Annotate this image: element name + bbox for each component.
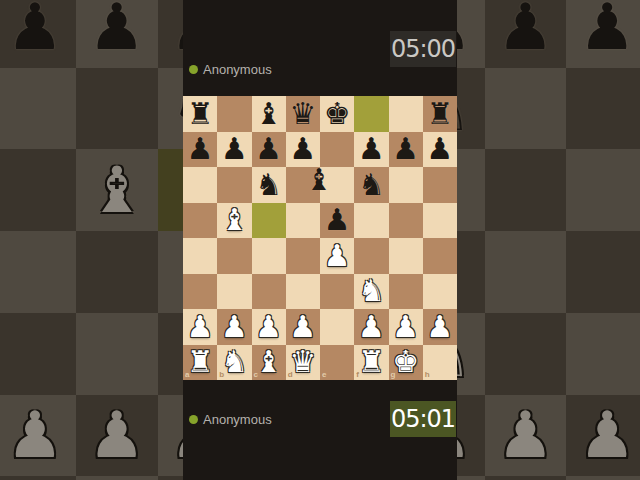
- square-d2[interactable]: ♟: [286, 309, 320, 345]
- square-b7[interactable]: ♟: [217, 132, 251, 168]
- square-h5[interactable]: [423, 203, 457, 239]
- square-b1[interactable]: ♞b: [217, 345, 251, 381]
- coord-file-f: f: [356, 371, 359, 379]
- white-knight[interactable]: ♞: [358, 276, 385, 306]
- square-d8[interactable]: ♛: [286, 96, 320, 132]
- game-screen: Anonymous 05:00 ♜♝♛♚♜♟♟♟♟♟♟♟♞♞♝♟♟♞♟♟♟♟♟♟…: [183, 0, 457, 480]
- black-bishop: ♝: [306, 165, 333, 195]
- square-c1[interactable]: ♝c: [252, 345, 286, 381]
- bg-square-b7: ♟: [76, 0, 158, 68]
- square-a2[interactable]: ♟: [183, 309, 217, 345]
- bg-square-h3: [566, 313, 640, 395]
- bg-square-b5: ♝: [76, 149, 158, 231]
- white-pawn: ♟: [6, 403, 63, 467]
- square-b3[interactable]: [217, 274, 251, 310]
- square-f7[interactable]: ♟: [354, 132, 388, 168]
- coord-file-g: g: [391, 371, 396, 379]
- clock-top: 05:00: [390, 31, 456, 67]
- black-pawn: ♟: [6, 0, 63, 59]
- square-c2[interactable]: ♟: [252, 309, 286, 345]
- white-knight[interactable]: ♞: [221, 347, 248, 377]
- square-a4[interactable]: [183, 238, 217, 274]
- square-g4[interactable]: [389, 238, 423, 274]
- square-d3[interactable]: [286, 274, 320, 310]
- bg-square-h6: [566, 68, 640, 150]
- square-d4[interactable]: [286, 238, 320, 274]
- square-f8[interactable]: [354, 96, 388, 132]
- bg-square-g2: ♟: [485, 395, 567, 477]
- square-b8[interactable]: [217, 96, 251, 132]
- bg-square-g4: [485, 231, 567, 313]
- black-king[interactable]: ♚: [324, 99, 351, 129]
- square-c3[interactable]: [252, 274, 286, 310]
- black-pawn[interactable]: ♟: [187, 134, 214, 164]
- square-f4[interactable]: [354, 238, 388, 274]
- white-pawn: ♟: [497, 403, 554, 467]
- bg-square-g5: [485, 149, 567, 231]
- black-pawn[interactable]: ♟: [358, 134, 385, 164]
- square-f2[interactable]: ♟: [354, 309, 388, 345]
- player-name-top: Anonymous: [203, 62, 272, 77]
- square-b6[interactable]: [217, 167, 251, 203]
- bg-square-g7: ♟: [485, 0, 567, 68]
- coord-file-e: e: [322, 371, 326, 379]
- black-pawn[interactable]: ♟: [324, 205, 351, 235]
- square-e2[interactable]: [320, 309, 354, 345]
- square-e1[interactable]: e: [320, 345, 354, 381]
- bg-square-b3: [76, 313, 158, 395]
- white-pawn[interactable]: ♟: [289, 312, 316, 342]
- bg-square-g1: ♚: [485, 476, 567, 480]
- black-pawn[interactable]: ♟: [221, 134, 248, 164]
- bg-square-h2: ♟: [566, 395, 640, 477]
- coord-file-d: d: [288, 371, 293, 379]
- square-e3[interactable]: [320, 274, 354, 310]
- white-pawn[interactable]: ♟: [255, 312, 282, 342]
- black-pawn[interactable]: ♟: [426, 134, 453, 164]
- square-h3[interactable]: [423, 274, 457, 310]
- coord-file-a: a: [185, 371, 189, 379]
- square-a7[interactable]: ♟: [183, 132, 217, 168]
- square-e4[interactable]: ♟: [320, 238, 354, 274]
- square-e8[interactable]: ♚: [320, 96, 354, 132]
- bg-square-a3: [0, 313, 76, 395]
- square-a3[interactable]: [183, 274, 217, 310]
- white-pawn[interactable]: ♟: [426, 312, 453, 342]
- square-h6[interactable]: [423, 167, 457, 203]
- online-indicator-bottom: [189, 415, 198, 424]
- square-g3[interactable]: [389, 274, 423, 310]
- white-pawn: ♟: [88, 403, 145, 467]
- square-g6[interactable]: [389, 167, 423, 203]
- square-c8[interactable]: ♝: [252, 96, 286, 132]
- coord-file-h: h: [425, 371, 430, 379]
- square-b2[interactable]: ♟: [217, 309, 251, 345]
- square-b4[interactable]: [217, 238, 251, 274]
- square-a1[interactable]: ♜a: [183, 345, 217, 381]
- white-pawn: ♟: [578, 403, 635, 467]
- black-queen[interactable]: ♛: [289, 99, 316, 129]
- black-bishop[interactable]: ♝: [255, 99, 282, 129]
- square-c4[interactable]: [252, 238, 286, 274]
- square-h2[interactable]: ♟: [423, 309, 457, 345]
- square-a6[interactable]: [183, 167, 217, 203]
- black-knight[interactable]: ♞: [358, 170, 385, 200]
- square-c6[interactable]: ♞: [252, 167, 286, 203]
- white-pawn[interactable]: ♟: [187, 312, 214, 342]
- coord-file-b: b: [219, 371, 224, 379]
- bg-square-h1: [566, 476, 640, 480]
- white-king[interactable]: ♚: [392, 347, 419, 377]
- bg-square-a1: ♜: [0, 476, 76, 480]
- white-pawn[interactable]: ♟: [324, 241, 351, 271]
- bg-square-g3: [485, 313, 567, 395]
- black-bishop-moving[interactable]: ♝: [302, 162, 336, 198]
- square-d1[interactable]: ♛d: [286, 345, 320, 381]
- square-g8[interactable]: [389, 96, 423, 132]
- black-pawn: ♟: [88, 0, 145, 59]
- white-bishop: ♝: [88, 158, 145, 222]
- bg-square-b4: [76, 231, 158, 313]
- square-f1[interactable]: ♜f: [354, 345, 388, 381]
- white-bishop[interactable]: ♝: [255, 347, 282, 377]
- black-pawn: ♟: [578, 0, 635, 59]
- clock-bottom: 05:01: [390, 401, 456, 437]
- bg-square-a2: ♟: [0, 395, 76, 477]
- square-h8[interactable]: ♜: [423, 96, 457, 132]
- square-b5[interactable]: ♝: [217, 203, 251, 239]
- square-h7[interactable]: ♟: [423, 132, 457, 168]
- white-queen[interactable]: ♛: [289, 347, 316, 377]
- black-knight[interactable]: ♞: [255, 170, 282, 200]
- online-indicator-top: [189, 65, 198, 74]
- white-rook[interactable]: ♜: [187, 347, 214, 377]
- square-g1[interactable]: ♚g: [389, 345, 423, 381]
- bg-square-a7: ♟: [0, 0, 76, 68]
- square-a8[interactable]: ♜: [183, 96, 217, 132]
- square-g5[interactable]: [389, 203, 423, 239]
- square-g7[interactable]: ♟: [389, 132, 423, 168]
- black-pawn[interactable]: ♟: [289, 134, 316, 164]
- square-c5[interactable]: [252, 203, 286, 239]
- square-h1[interactable]: h: [423, 345, 457, 381]
- bg-square-g6: [485, 68, 567, 150]
- black-pawn[interactable]: ♟: [255, 134, 282, 164]
- player-bar-bottom: Anonymous 05:01: [183, 396, 457, 444]
- square-f6[interactable]: ♞: [354, 167, 388, 203]
- white-rook[interactable]: ♜: [358, 347, 385, 377]
- bg-square-h7: ♟: [566, 0, 640, 68]
- screen: ♜♝♛♚♜♟♟♟♟♟♟♟♞♞♝♟♟♞♟♟♟♟♟♟♟♜♞♝♛♜♚ Anonymou…: [0, 0, 640, 480]
- white-pawn[interactable]: ♟: [358, 312, 385, 342]
- black-pawn[interactable]: ♟: [392, 134, 419, 164]
- bg-square-a5: [0, 149, 76, 231]
- white-pawn[interactable]: ♟: [221, 312, 248, 342]
- bg-square-h5: [566, 149, 640, 231]
- coord-file-c: c: [254, 371, 258, 379]
- bg-square-a6: [0, 68, 76, 150]
- square-a5[interactable]: [183, 203, 217, 239]
- player-bar-top: Anonymous 05:00: [183, 24, 457, 72]
- black-pawn: ♟: [497, 0, 554, 59]
- square-e5[interactable]: ♟: [320, 203, 354, 239]
- player-name-bottom: Anonymous: [203, 412, 272, 427]
- black-rook[interactable]: ♜: [426, 99, 453, 129]
- square-c7[interactable]: ♟: [252, 132, 286, 168]
- white-pawn[interactable]: ♟: [392, 312, 419, 342]
- bg-square-b6: [76, 68, 158, 150]
- white-bishop[interactable]: ♝: [221, 205, 248, 235]
- square-f5[interactable]: [354, 203, 388, 239]
- black-rook[interactable]: ♜: [187, 99, 214, 129]
- square-g2[interactable]: ♟: [389, 309, 423, 345]
- bg-square-b1: ♞: [76, 476, 158, 480]
- square-f3[interactable]: ♞: [354, 274, 388, 310]
- square-d5[interactable]: [286, 203, 320, 239]
- square-h4[interactable]: [423, 238, 457, 274]
- bg-square-h4: [566, 231, 640, 313]
- bg-square-b2: ♟: [76, 395, 158, 477]
- chess-board[interactable]: ♜♝♛♚♜♟♟♟♟♟♟♟♞♞♝♟♟♞♟♟♟♟♟♟♟♜a♞b♝c♛de♜f♚gh♝: [183, 96, 457, 380]
- bg-square-a4: [0, 231, 76, 313]
